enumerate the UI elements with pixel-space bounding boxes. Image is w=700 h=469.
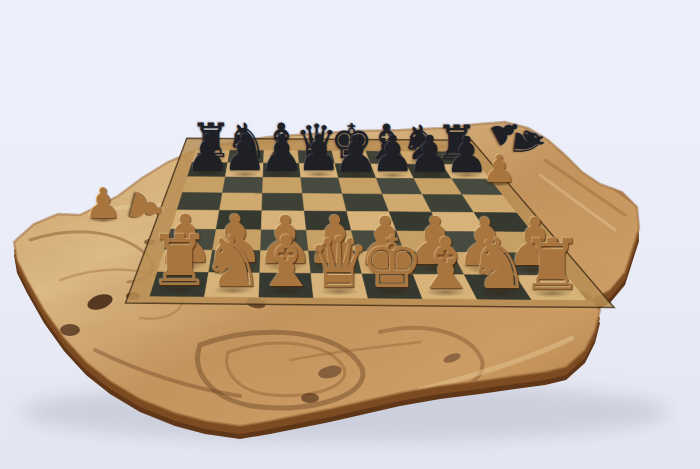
piece-white-pawn-offboard[interactable]: ♟ — [84, 183, 122, 225]
pieces-layer: ♟♞♜♞♝♛♚♝♞♜♟♟♟♟♟♟♟♟♟♟♟♟♟♟♟♟♟♟♟♜♞♝♛♚♝♞♜ — [0, 0, 700, 469]
piece-white-pawn-offboard[interactable]: ♟ — [482, 150, 516, 188]
piece-white-rook[interactable]: ♜ — [520, 230, 583, 300]
photo-stage: ♟♞♜♞♝♛♚♝♞♜♟♟♟♟♟♟♟♟♟♟♟♟♟♟♟♟♟♟♟♜♞♝♛♚♝♞♜ — [0, 0, 700, 469]
